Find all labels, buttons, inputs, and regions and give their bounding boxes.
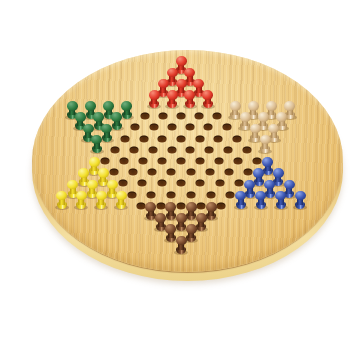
- hole[interactable]: [177, 158, 186, 165]
- peg-head: [83, 124, 94, 134]
- hole[interactable]: [139, 135, 148, 142]
- hole[interactable]: [232, 135, 241, 142]
- peg-head: [101, 124, 112, 134]
- hole[interactable]: [118, 180, 127, 187]
- peg-head: [116, 191, 127, 201]
- peg-blue[interactable]: [275, 191, 287, 209]
- peg-head: [193, 79, 204, 89]
- peg-brown[interactable]: [185, 224, 197, 242]
- peg-head: [184, 90, 195, 100]
- peg-head: [145, 202, 156, 212]
- peg-brown[interactable]: [175, 236, 187, 254]
- hole[interactable]: [120, 158, 129, 165]
- peg-red[interactable]: [148, 90, 160, 108]
- peg-head: [248, 101, 259, 111]
- hole[interactable]: [177, 113, 186, 120]
- hole[interactable]: [226, 191, 235, 198]
- hole[interactable]: [177, 180, 186, 187]
- hole[interactable]: [139, 158, 148, 165]
- hole[interactable]: [195, 113, 204, 120]
- hole[interactable]: [206, 191, 215, 198]
- peg-head: [244, 180, 255, 190]
- peg-head: [111, 112, 122, 122]
- peg-head: [76, 191, 87, 201]
- peg-red[interactable]: [202, 90, 214, 108]
- hole[interactable]: [128, 169, 137, 176]
- hole[interactable]: [196, 180, 205, 187]
- peg-head: [107, 180, 118, 190]
- hole[interactable]: [111, 146, 120, 153]
- hole[interactable]: [109, 169, 118, 176]
- hole[interactable]: [121, 135, 130, 142]
- hole[interactable]: [195, 135, 204, 142]
- peg-yellow[interactable]: [115, 191, 127, 209]
- peg-blue[interactable]: [255, 191, 267, 209]
- peg-head: [155, 213, 166, 223]
- peg-head: [240, 112, 251, 122]
- peg-head: [165, 202, 176, 212]
- peg-head: [121, 101, 132, 111]
- peg-head: [91, 135, 102, 145]
- hole[interactable]: [177, 135, 186, 142]
- hole[interactable]: [242, 146, 251, 153]
- hole[interactable]: [215, 180, 224, 187]
- peg-head: [284, 180, 295, 190]
- hole[interactable]: [158, 113, 167, 120]
- hole[interactable]: [149, 124, 158, 131]
- peg-head: [196, 213, 207, 223]
- peg-head: [184, 68, 195, 78]
- peg-head: [176, 56, 187, 65]
- hole[interactable]: [214, 135, 223, 142]
- peg-head: [165, 224, 176, 234]
- peg-head: [98, 168, 109, 178]
- hole[interactable]: [196, 202, 205, 209]
- peg-blue[interactable]: [294, 191, 306, 209]
- hole[interactable]: [234, 158, 243, 165]
- hole[interactable]: [101, 158, 110, 165]
- peg-head: [85, 101, 96, 111]
- peg-head: [235, 191, 246, 201]
- hole[interactable]: [205, 146, 214, 153]
- hole[interactable]: [186, 146, 195, 153]
- peg-natural[interactable]: [259, 135, 271, 153]
- peg-head: [273, 168, 284, 178]
- peg-head: [176, 213, 187, 223]
- peg-head: [87, 180, 98, 190]
- board-holes-layer: [0, 0, 360, 360]
- peg-head: [186, 224, 197, 234]
- peg-head: [176, 236, 187, 246]
- peg-head: [167, 90, 178, 100]
- hole[interactable]: [253, 158, 262, 165]
- hole[interactable]: [148, 146, 157, 153]
- hole[interactable]: [167, 169, 176, 176]
- hole[interactable]: [157, 180, 166, 187]
- hole[interactable]: [235, 180, 244, 187]
- peg-head: [67, 180, 78, 190]
- peg-head: [262, 157, 273, 167]
- hole[interactable]: [223, 146, 232, 153]
- hole[interactable]: [204, 124, 213, 131]
- peg-red[interactable]: [166, 90, 178, 108]
- hole[interactable]: [205, 169, 214, 176]
- hole[interactable]: [225, 169, 234, 176]
- peg-head: [75, 112, 86, 122]
- peg-head: [230, 101, 241, 111]
- hole[interactable]: [186, 169, 195, 176]
- peg-head: [89, 157, 100, 167]
- peg-head: [250, 124, 261, 134]
- hole[interactable]: [186, 191, 195, 198]
- peg-red[interactable]: [184, 90, 196, 108]
- hole[interactable]: [130, 146, 139, 153]
- peg-head: [266, 101, 277, 111]
- hole[interactable]: [148, 169, 157, 176]
- peg-head: [186, 202, 197, 212]
- hole[interactable]: [216, 202, 225, 209]
- peg-yellow[interactable]: [95, 191, 107, 209]
- peg-head: [258, 112, 269, 122]
- peg-head: [176, 79, 187, 89]
- peg-head: [206, 202, 217, 212]
- hole[interactable]: [158, 158, 167, 165]
- peg-green[interactable]: [91, 135, 103, 153]
- peg-head: [284, 101, 295, 111]
- peg-head: [149, 90, 160, 100]
- hole[interactable]: [186, 124, 195, 131]
- hole[interactable]: [213, 113, 222, 120]
- hole[interactable]: [147, 191, 156, 198]
- hole[interactable]: [215, 158, 224, 165]
- peg-head: [255, 191, 266, 201]
- hole[interactable]: [138, 180, 147, 187]
- peg-head: [253, 168, 264, 178]
- peg-head: [167, 68, 178, 78]
- peg-head: [276, 112, 287, 122]
- hole[interactable]: [222, 124, 231, 131]
- hole[interactable]: [158, 135, 167, 142]
- peg-head: [264, 180, 275, 190]
- peg-head: [103, 101, 114, 111]
- hole[interactable]: [196, 158, 205, 165]
- hole[interactable]: [131, 124, 140, 131]
- peg-head: [67, 101, 78, 111]
- hole[interactable]: [167, 124, 176, 131]
- hole[interactable]: [244, 169, 253, 176]
- hole[interactable]: [140, 113, 149, 120]
- peg-green[interactable]: [101, 124, 113, 142]
- hole[interactable]: [167, 191, 176, 198]
- peg-yellow[interactable]: [75, 191, 87, 209]
- peg-yellow[interactable]: [56, 191, 68, 209]
- peg-head: [275, 191, 286, 201]
- hole[interactable]: [127, 191, 136, 198]
- peg-head: [202, 90, 213, 100]
- peg-head: [268, 124, 279, 134]
- peg-head: [78, 168, 89, 178]
- peg-head: [93, 112, 104, 122]
- product-photo-scene: [0, 0, 360, 360]
- hole[interactable]: [167, 146, 176, 153]
- peg-blue[interactable]: [235, 191, 247, 209]
- peg-head: [56, 191, 67, 201]
- peg-head: [96, 191, 107, 201]
- peg-head: [260, 135, 271, 145]
- peg-head: [295, 191, 306, 201]
- peg-head: [158, 79, 169, 89]
